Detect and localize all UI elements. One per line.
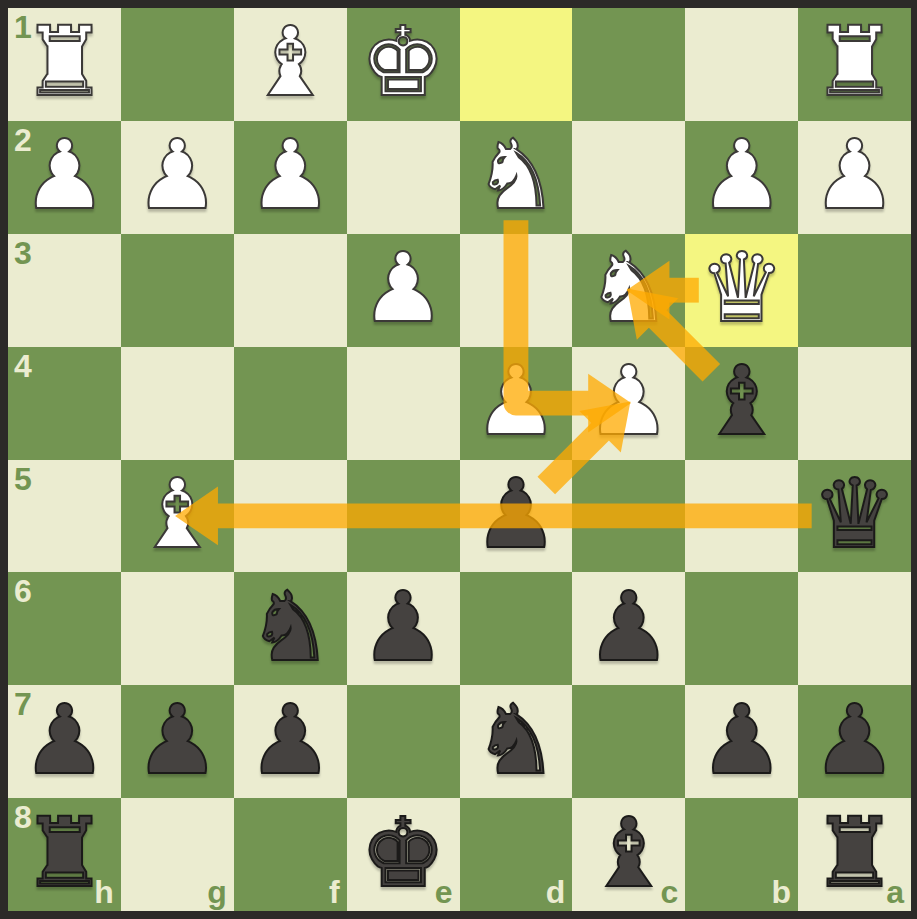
square-f1[interactable]: ♝ bbox=[234, 8, 347, 121]
square-h2[interactable]: 2♟ bbox=[8, 121, 121, 234]
black-pawn-b7[interactable]: ♟ bbox=[699, 692, 785, 788]
square-a7[interactable]: ♟ bbox=[798, 685, 911, 798]
white-pawn-g2[interactable]: ♟ bbox=[134, 127, 220, 223]
chess-board: 1♜♝♚♜2♟♟♟♞♟♟3♟♞♛4♟♟♝5♝♟♛6♞♟♟7♟♟♟♞♟♟8h♜gf… bbox=[8, 8, 911, 911]
square-b1[interactable] bbox=[685, 8, 798, 121]
black-pawn-f7[interactable]: ♟ bbox=[247, 692, 333, 788]
black-pawn-c6[interactable]: ♟ bbox=[586, 579, 672, 675]
square-a5[interactable]: ♛ bbox=[798, 460, 911, 573]
square-h1[interactable]: 1♜ bbox=[8, 8, 121, 121]
square-e1[interactable]: ♚ bbox=[347, 8, 460, 121]
square-c2[interactable] bbox=[572, 121, 685, 234]
square-f5[interactable] bbox=[234, 460, 347, 573]
square-a1[interactable]: ♜ bbox=[798, 8, 911, 121]
square-h3[interactable]: 3 bbox=[8, 234, 121, 347]
square-b4[interactable]: ♝ bbox=[685, 347, 798, 460]
white-queen-b3[interactable]: ♛ bbox=[699, 240, 785, 336]
square-d7[interactable]: ♞ bbox=[460, 685, 573, 798]
square-d8[interactable]: d bbox=[460, 798, 573, 911]
white-king-e1[interactable]: ♚ bbox=[360, 14, 446, 110]
board-frame: 1♜♝♚♜2♟♟♟♞♟♟3♟♞♛4♟♟♝5♝♟♛6♞♟♟7♟♟♟♞♟♟8h♜gf… bbox=[0, 0, 917, 919]
square-c1[interactable] bbox=[572, 8, 685, 121]
square-g1[interactable] bbox=[121, 8, 234, 121]
white-rook-a1[interactable]: ♜ bbox=[812, 14, 898, 110]
square-h7[interactable]: 7♟ bbox=[8, 685, 121, 798]
file-label-g: g bbox=[207, 876, 227, 908]
black-pawn-g7[interactable]: ♟ bbox=[134, 692, 220, 788]
rank-label-4: 4 bbox=[14, 350, 32, 382]
black-bishop-b4[interactable]: ♝ bbox=[699, 353, 785, 449]
square-c3[interactable]: ♞ bbox=[572, 234, 685, 347]
file-label-f: f bbox=[329, 876, 340, 908]
black-queen-a5[interactable]: ♛ bbox=[812, 466, 898, 562]
white-pawn-h2[interactable]: ♟ bbox=[21, 127, 107, 223]
black-knight-d7[interactable]: ♞ bbox=[473, 692, 559, 788]
square-a3[interactable] bbox=[798, 234, 911, 347]
square-c5[interactable] bbox=[572, 460, 685, 573]
black-pawn-h7[interactable]: ♟ bbox=[21, 692, 107, 788]
black-pawn-e6[interactable]: ♟ bbox=[360, 579, 446, 675]
square-g6[interactable] bbox=[121, 572, 234, 685]
square-g7[interactable]: ♟ bbox=[121, 685, 234, 798]
white-pawn-c4[interactable]: ♟ bbox=[586, 353, 672, 449]
square-g8[interactable]: g bbox=[121, 798, 234, 911]
square-e5[interactable] bbox=[347, 460, 460, 573]
square-g2[interactable]: ♟ bbox=[121, 121, 234, 234]
square-a8[interactable]: a♜ bbox=[798, 798, 911, 911]
square-f8[interactable]: f bbox=[234, 798, 347, 911]
square-g5[interactable]: ♝ bbox=[121, 460, 234, 573]
square-c7[interactable] bbox=[572, 685, 685, 798]
square-f4[interactable] bbox=[234, 347, 347, 460]
square-h5[interactable]: 5 bbox=[8, 460, 121, 573]
square-d2[interactable]: ♞ bbox=[460, 121, 573, 234]
square-b8[interactable]: b bbox=[685, 798, 798, 911]
square-b3[interactable]: ♛ bbox=[685, 234, 798, 347]
square-c8[interactable]: c♝ bbox=[572, 798, 685, 911]
square-b6[interactable] bbox=[685, 572, 798, 685]
white-pawn-e3[interactable]: ♟ bbox=[360, 240, 446, 336]
white-pawn-d4[interactable]: ♟ bbox=[473, 353, 559, 449]
square-g4[interactable] bbox=[121, 347, 234, 460]
square-e2[interactable] bbox=[347, 121, 460, 234]
square-g3[interactable] bbox=[121, 234, 234, 347]
square-c4[interactable]: ♟ bbox=[572, 347, 685, 460]
square-d6[interactable] bbox=[460, 572, 573, 685]
black-king-e8[interactable]: ♚ bbox=[360, 805, 446, 901]
black-pawn-d5[interactable]: ♟ bbox=[473, 466, 559, 562]
square-f7[interactable]: ♟ bbox=[234, 685, 347, 798]
square-f6[interactable]: ♞ bbox=[234, 572, 347, 685]
white-rook-h1[interactable]: ♜ bbox=[21, 14, 107, 110]
square-f3[interactable] bbox=[234, 234, 347, 347]
square-d4[interactable]: ♟ bbox=[460, 347, 573, 460]
white-knight-d2[interactable]: ♞ bbox=[473, 127, 559, 223]
square-e7[interactable] bbox=[347, 685, 460, 798]
black-rook-a8[interactable]: ♜ bbox=[812, 805, 898, 901]
black-bishop-c8[interactable]: ♝ bbox=[586, 805, 672, 901]
rank-label-5: 5 bbox=[14, 463, 32, 495]
black-rook-h8[interactable]: ♜ bbox=[21, 805, 107, 901]
white-pawn-a2[interactable]: ♟ bbox=[812, 127, 898, 223]
square-a4[interactable] bbox=[798, 347, 911, 460]
square-d1[interactable] bbox=[460, 8, 573, 121]
white-pawn-f2[interactable]: ♟ bbox=[247, 127, 333, 223]
square-h8[interactable]: 8h♜ bbox=[8, 798, 121, 911]
square-e4[interactable] bbox=[347, 347, 460, 460]
white-pawn-b2[interactable]: ♟ bbox=[699, 127, 785, 223]
black-pawn-a7[interactable]: ♟ bbox=[812, 692, 898, 788]
square-e8[interactable]: e♚ bbox=[347, 798, 460, 911]
square-b2[interactable]: ♟ bbox=[685, 121, 798, 234]
file-label-b: b bbox=[772, 876, 792, 908]
square-d3[interactable] bbox=[460, 234, 573, 347]
square-b7[interactable]: ♟ bbox=[685, 685, 798, 798]
white-knight-c3[interactable]: ♞ bbox=[586, 240, 672, 336]
file-label-d: d bbox=[546, 876, 566, 908]
rank-label-6: 6 bbox=[14, 575, 32, 607]
square-f2[interactable]: ♟ bbox=[234, 121, 347, 234]
square-e6[interactable]: ♟ bbox=[347, 572, 460, 685]
square-a2[interactable]: ♟ bbox=[798, 121, 911, 234]
square-a6[interactable] bbox=[798, 572, 911, 685]
square-d5[interactable]: ♟ bbox=[460, 460, 573, 573]
square-e3[interactable]: ♟ bbox=[347, 234, 460, 347]
white-bishop-g5[interactable]: ♝ bbox=[134, 466, 220, 562]
rank-label-3: 3 bbox=[14, 237, 32, 269]
square-h6[interactable]: 6 bbox=[8, 572, 121, 685]
square-b5[interactable] bbox=[685, 460, 798, 573]
square-c6[interactable]: ♟ bbox=[572, 572, 685, 685]
black-knight-f6[interactable]: ♞ bbox=[247, 579, 333, 675]
square-h4[interactable]: 4 bbox=[8, 347, 121, 460]
white-bishop-f1[interactable]: ♝ bbox=[247, 14, 333, 110]
